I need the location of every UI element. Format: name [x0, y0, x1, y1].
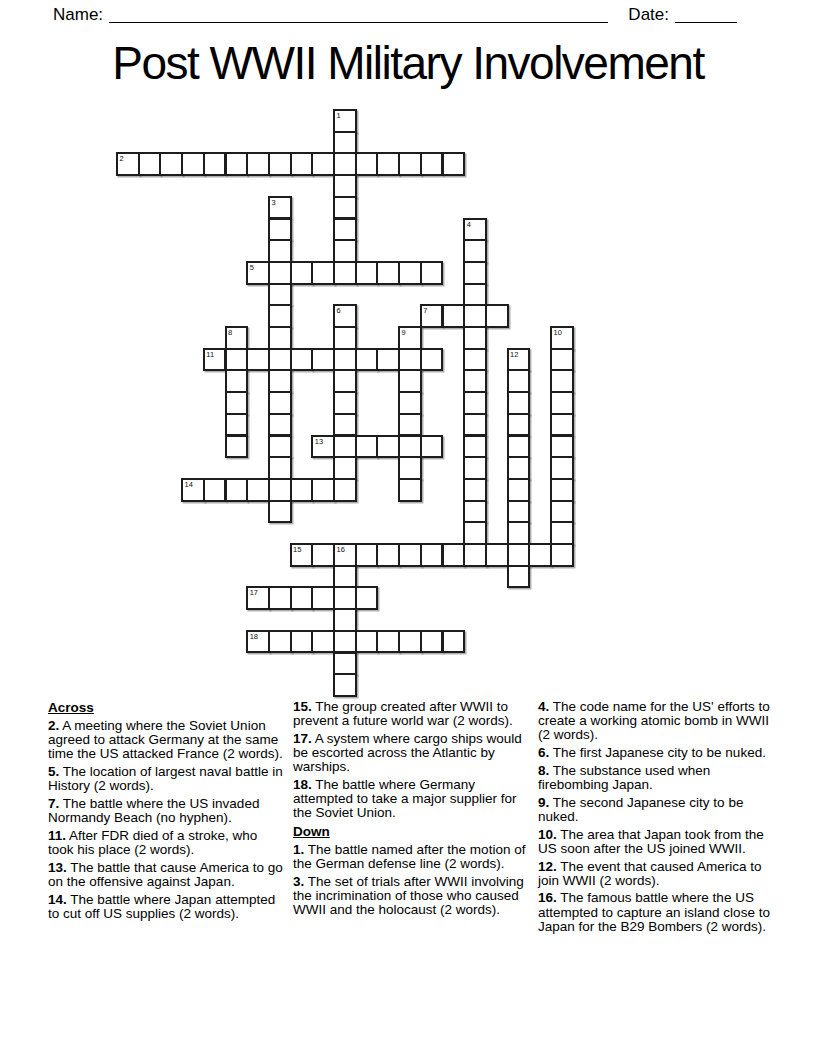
- grid-cell-r11c7[interactable]: [268, 348, 292, 372]
- grid-cell-r7c8[interactable]: [290, 261, 314, 285]
- grid-cell-r17c4[interactable]: [203, 478, 227, 502]
- grid-cell-r15c9[interactable]: 13: [311, 435, 335, 459]
- grid-cell-r13c16[interactable]: [463, 391, 487, 415]
- grid-cell-r20c15[interactable]: [442, 543, 466, 567]
- grid-cell-r17c16[interactable]: [463, 478, 487, 502]
- grid-cell-r24c14[interactable]: [420, 630, 444, 654]
- grid-cell-r10c20[interactable]: 10: [550, 326, 574, 350]
- grid-cell-r22c11[interactable]: [355, 586, 379, 610]
- cell-number-8: 8: [228, 328, 232, 337]
- grid-cell-r11c12[interactable]: [376, 348, 400, 372]
- grid-cell-r19c20[interactable]: [550, 521, 574, 545]
- grid-cell-r8c7[interactable]: [268, 283, 292, 307]
- grid-cell-r7c10[interactable]: [333, 261, 357, 285]
- grid-cell-r16c13[interactable]: [398, 456, 422, 480]
- grid-cell-r10c7[interactable]: [268, 326, 292, 350]
- grid-cell-r2c6[interactable]: [246, 152, 270, 176]
- grid-cell-r12c13[interactable]: [398, 369, 422, 393]
- grid-cell-r15c14[interactable]: [420, 435, 444, 459]
- clue-across-15: 15. The group created after WWII to prev…: [293, 700, 531, 728]
- grid-cell-r13c10[interactable]: [333, 391, 357, 415]
- grid-cell-r7c14[interactable]: [420, 261, 444, 285]
- cell-number-6: 6: [337, 306, 341, 315]
- grid-cell-r15c12[interactable]: [376, 435, 400, 459]
- grid-cell-r17c6[interactable]: [246, 478, 270, 502]
- clue-column-3: 4. The code name for the US' efforts to …: [538, 700, 776, 938]
- grid-cell-r18c20[interactable]: [550, 500, 574, 524]
- grid-cell-r10c10[interactable]: [333, 326, 357, 350]
- clue-across-17: 17. A system where cargo ships would be …: [293, 732, 531, 775]
- cell-number-11: 11: [206, 350, 214, 359]
- cell-number-4: 4: [467, 220, 471, 229]
- clue-across-11: 11. After FDR died of a stroke, who took…: [48, 829, 286, 857]
- clue-down-6: 6. The first Japanese city to be nuked.: [538, 746, 776, 760]
- grid-cell-r17c7[interactable]: [268, 478, 292, 502]
- grid-cell-r17c10[interactable]: [333, 478, 357, 502]
- down-clues-heading: Down: [293, 824, 531, 839]
- grid-cell-r15c20[interactable]: [550, 435, 574, 459]
- grid-cell-r20c19[interactable]: [528, 543, 552, 567]
- grid-cell-r19c16[interactable]: [463, 521, 487, 545]
- grid-cell-r2c11[interactable]: [355, 152, 379, 176]
- grid-cell-r24c8[interactable]: [290, 630, 314, 654]
- grid-cell-r14c16[interactable]: [463, 413, 487, 437]
- clue-across-5: 5. The location of largest naval battle …: [48, 765, 286, 793]
- grid-cell-r15c16[interactable]: [463, 435, 487, 459]
- clue-down-8: 8. The substance used when firebombing J…: [538, 764, 776, 792]
- clue-down-12: 12. The event that caused America to joi…: [538, 860, 776, 888]
- grid-cell-r11c20[interactable]: [550, 348, 574, 372]
- grid-cell-r11c14[interactable]: [420, 348, 444, 372]
- grid-cell-r17c13[interactable]: [398, 478, 422, 502]
- grid-cell-r15c10[interactable]: [333, 435, 357, 459]
- date-label: Date:: [628, 4, 669, 25]
- grid-cell-r7c7[interactable]: [268, 261, 292, 285]
- grid-cell-r12c10[interactable]: [333, 369, 357, 393]
- grid-cell-r20c11[interactable]: [355, 543, 379, 567]
- clue-column-2: 15. The group created after WWII to prev…: [293, 700, 531, 938]
- grid-cell-r14c18[interactable]: [507, 413, 531, 437]
- grid-cell-r13c7[interactable]: [268, 391, 292, 415]
- grid-cell-r13c13[interactable]: [398, 391, 422, 415]
- grid-cell-r7c6[interactable]: 5: [246, 261, 270, 285]
- grid-cell-r20c14[interactable]: [420, 543, 444, 567]
- grid-cell-r17c9[interactable]: [311, 478, 335, 502]
- clue-section: Across2. A meeting where the Soviet Unio…: [48, 700, 776, 938]
- grid-cell-r22c7[interactable]: [268, 586, 292, 610]
- grid-cell-r10c13[interactable]: 9: [398, 326, 422, 350]
- cell-number-12: 12: [510, 350, 518, 359]
- grid-cell-r7c9[interactable]: [311, 261, 335, 285]
- clue-across-14: 14. The battle where Japan attempted to …: [48, 893, 286, 921]
- grid-cell-r2c12[interactable]: [376, 152, 400, 176]
- grid-cell-r15c18[interactable]: [507, 435, 531, 459]
- cell-number-16: 16: [337, 545, 345, 554]
- grid-cell-r5c16[interactable]: 4: [463, 218, 487, 242]
- date-blank-line: [675, 4, 737, 23]
- clue-down-1: 1. The battle named after the motion of …: [293, 843, 531, 871]
- worksheet-header: Name: Date:: [53, 4, 737, 25]
- grid-cell-r16c10[interactable]: [333, 456, 357, 480]
- cell-number-9: 9: [402, 328, 406, 337]
- grid-cell-r18c18[interactable]: [507, 500, 531, 524]
- cell-number-14: 14: [185, 480, 193, 489]
- grid-cell-r25c10[interactable]: [333, 652, 357, 676]
- grid-cell-r11c18[interactable]: 12: [507, 348, 531, 372]
- grid-cell-r24c11[interactable]: [355, 630, 379, 654]
- grid-cell-r17c5[interactable]: [225, 478, 249, 502]
- grid-cell-r9c10[interactable]: 6: [333, 304, 357, 328]
- clue-across-2: 2. A meeting where the Soviet Union agre…: [48, 719, 286, 762]
- grid-cell-r15c5[interactable]: [225, 435, 249, 459]
- grid-cell-r1c10[interactable]: [333, 131, 357, 155]
- name-blank-line: [109, 4, 608, 23]
- grid-cell-r14c13[interactable]: [398, 413, 422, 437]
- grid-cell-r5c7[interactable]: [268, 218, 292, 242]
- grid-cell-r17c20[interactable]: [550, 478, 574, 502]
- grid-cell-r7c13[interactable]: [398, 261, 422, 285]
- grid-cell-r2c9[interactable]: [311, 152, 335, 176]
- grid-cell-r2c13[interactable]: [398, 152, 422, 176]
- grid-cell-r15c13[interactable]: [398, 435, 422, 459]
- grid-cell-r17c3[interactable]: 14: [181, 478, 205, 502]
- grid-cell-r10c5[interactable]: 8: [225, 326, 249, 350]
- grid-cell-r2c10[interactable]: [333, 152, 357, 176]
- grid-cell-r22c6[interactable]: 17: [246, 586, 270, 610]
- cell-number-18: 18: [250, 632, 258, 641]
- grid-cell-r11c6[interactable]: [246, 348, 270, 372]
- grid-cell-r7c12[interactable]: [376, 261, 400, 285]
- grid-cell-r12c5[interactable]: [225, 369, 249, 393]
- grid-cell-r9c15[interactable]: [442, 304, 466, 328]
- grid-cell-r24c13[interactable]: [398, 630, 422, 654]
- grid-cell-r20c16[interactable]: [463, 543, 487, 567]
- grid-cell-r14c10[interactable]: [333, 413, 357, 437]
- grid-cell-r14c20[interactable]: [550, 413, 574, 437]
- clue-down-10: 10. The area that Japan took from the US…: [538, 828, 776, 856]
- grid-cell-r2c0[interactable]: 2: [116, 152, 140, 176]
- grid-cell-r12c7[interactable]: [268, 369, 292, 393]
- grid-cell-r11c10[interactable]: [333, 348, 357, 372]
- clue-across-7: 7. The battle where the US invaded Norma…: [48, 797, 286, 825]
- grid-cell-r6c10[interactable]: [333, 239, 357, 263]
- grid-cell-r19c18[interactable]: [507, 521, 531, 545]
- grid-cell-r17c8[interactable]: [290, 478, 314, 502]
- puzzle-title: Post WWII Military Involvement: [0, 36, 816, 90]
- grid-cell-r21c10[interactable]: [333, 565, 357, 589]
- grid-cell-r9c14[interactable]: 7: [420, 304, 444, 328]
- grid-cell-r24c10[interactable]: [333, 630, 357, 654]
- cell-number-5: 5: [250, 263, 254, 272]
- grid-cell-r12c20[interactable]: [550, 369, 574, 393]
- grid-cell-r8c16[interactable]: [463, 283, 487, 307]
- grid-cell-r4c10[interactable]: [333, 196, 357, 220]
- grid-cell-r2c7[interactable]: [268, 152, 292, 176]
- grid-cell-r20c18[interactable]: [507, 543, 531, 567]
- grid-cell-r18c7[interactable]: [268, 500, 292, 524]
- grid-cell-r13c18[interactable]: [507, 391, 531, 415]
- cell-number-10: 10: [554, 328, 562, 337]
- grid-cell-r9c7[interactable]: [268, 304, 292, 328]
- crossword-grid: 123456789101112131415161718: [116, 109, 574, 697]
- grid-cell-r11c8[interactable]: [290, 348, 314, 372]
- grid-cell-r7c16[interactable]: [463, 261, 487, 285]
- grid-cell-r15c7[interactable]: [268, 435, 292, 459]
- grid-cell-r7c11[interactable]: [355, 261, 379, 285]
- cell-number-3: 3: [271, 198, 275, 207]
- grid-cell-r2c2[interactable]: [159, 152, 183, 176]
- name-label: Name:: [53, 4, 103, 25]
- grid-cell-r17c18[interactable]: [507, 478, 531, 502]
- grid-cell-r3c10[interactable]: [333, 174, 357, 198]
- grid-cell-r20c12[interactable]: [376, 543, 400, 567]
- clue-down-16: 16. The famous battle where the US attem…: [538, 891, 776, 934]
- clue-across-18: 18. The battle where Germany attempted t…: [293, 778, 531, 821]
- grid-cell-r11c13[interactable]: [398, 348, 422, 372]
- grid-cell-r20c10[interactable]: 16: [333, 543, 357, 567]
- grid-cell-r2c1[interactable]: [138, 152, 162, 176]
- grid-cell-r9c16[interactable]: [463, 304, 487, 328]
- grid-cell-r6c16[interactable]: [463, 239, 487, 263]
- grid-cell-r22c9[interactable]: [311, 586, 335, 610]
- grid-cell-r5c10[interactable]: [333, 218, 357, 242]
- grid-cell-r2c8[interactable]: [290, 152, 314, 176]
- grid-cell-r22c8[interactable]: [290, 586, 314, 610]
- grid-cell-r20c8[interactable]: 15: [290, 543, 314, 567]
- grid-cell-r2c3[interactable]: [181, 152, 205, 176]
- grid-cell-r11c9[interactable]: [311, 348, 335, 372]
- grid-cell-r6c7[interactable]: [268, 239, 292, 263]
- grid-cell-r12c16[interactable]: [463, 369, 487, 393]
- grid-cell-r13c20[interactable]: [550, 391, 574, 415]
- grid-cell-r20c9[interactable]: [311, 543, 335, 567]
- grid-cell-r16c16[interactable]: [463, 456, 487, 480]
- grid-cell-r15c11[interactable]: [355, 435, 379, 459]
- grid-cell-r24c12[interactable]: [376, 630, 400, 654]
- grid-cell-r24c9[interactable]: [311, 630, 335, 654]
- grid-cell-r20c13[interactable]: [398, 543, 422, 567]
- grid-cell-r11c16[interactable]: [463, 348, 487, 372]
- grid-cell-r10c16[interactable]: [463, 326, 487, 350]
- grid-cell-r18c16[interactable]: [463, 500, 487, 524]
- grid-cell-r22c10[interactable]: [333, 586, 357, 610]
- grid-cell-r2c4[interactable]: [203, 152, 227, 176]
- grid-cell-r4c7[interactable]: 3: [268, 196, 292, 220]
- clue-across-13: 13. The battle that cause America to go …: [48, 861, 286, 889]
- grid-cell-r16c18[interactable]: [507, 456, 531, 480]
- grid-cell-r20c20[interactable]: [550, 543, 574, 567]
- grid-cell-r12c18[interactable]: [507, 369, 531, 393]
- grid-cell-r0c10[interactable]: 1: [333, 109, 357, 133]
- grid-cell-r16c20[interactable]: [550, 456, 574, 480]
- grid-cell-r24c7[interactable]: [268, 630, 292, 654]
- grid-cell-r14c5[interactable]: [225, 413, 249, 437]
- clue-down-4: 4. The code name for the US' efforts to …: [538, 700, 776, 743]
- grid-cell-r24c6[interactable]: 18: [246, 630, 270, 654]
- grid-cell-r14c7[interactable]: [268, 413, 292, 437]
- grid-cell-r2c5[interactable]: [225, 152, 249, 176]
- cell-number-13: 13: [315, 437, 323, 446]
- grid-cell-r2c14[interactable]: [420, 152, 444, 176]
- cell-number-2: 2: [120, 154, 124, 163]
- clue-down-9: 9. The second Japanese city to be nuked.: [538, 796, 776, 824]
- cell-number-15: 15: [293, 545, 301, 554]
- grid-cell-r16c7[interactable]: [268, 456, 292, 480]
- grid-cell-r23c10[interactable]: [333, 608, 357, 632]
- grid-cell-r13c5[interactable]: [225, 391, 249, 415]
- cell-number-17: 17: [250, 588, 258, 597]
- cell-number-1: 1: [337, 111, 341, 120]
- grid-cell-r11c4[interactable]: 11: [203, 348, 227, 372]
- cell-number-7: 7: [423, 306, 427, 315]
- clue-down-3: 3. The set of trials after WWII involvin…: [293, 875, 531, 918]
- clue-column-1: Across2. A meeting where the Soviet Unio…: [48, 700, 286, 938]
- grid-cell-r26c10[interactable]: [333, 673, 357, 697]
- grid-cell-r20c17[interactable]: [485, 543, 509, 567]
- grid-cell-r11c5[interactable]: [225, 348, 249, 372]
- across-clues-heading: Across: [48, 700, 286, 715]
- grid-cell-r21c18[interactable]: [507, 565, 531, 589]
- grid-cell-r2c15[interactable]: [442, 152, 466, 176]
- grid-cell-r9c17[interactable]: [485, 304, 509, 328]
- grid-cell-r24c15[interactable]: [442, 630, 466, 654]
- grid-cell-r11c11[interactable]: [355, 348, 379, 372]
